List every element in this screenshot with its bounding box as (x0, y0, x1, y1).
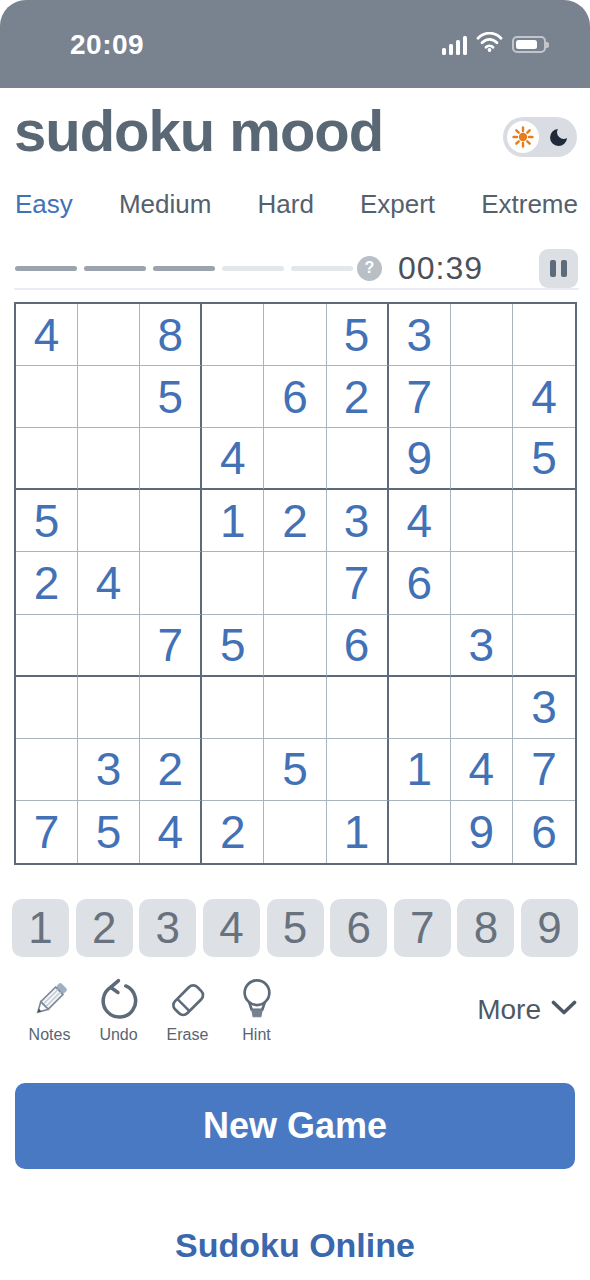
numpad-5[interactable]: 5 (267, 899, 324, 957)
progress-segment-1 (15, 266, 77, 271)
cell-r1c1[interactable]: 4 (16, 304, 78, 366)
cell-r6c7[interactable] (389, 615, 451, 677)
numpad-2[interactable]: 2 (76, 899, 133, 957)
cell-r4c4[interactable]: 1 (202, 490, 264, 552)
lightbulb-icon (234, 977, 280, 1023)
tab-medium[interactable]: Medium (119, 189, 211, 220)
help-icon[interactable]: ? (357, 256, 382, 281)
cell-r9c5[interactable] (264, 801, 326, 863)
tab-easy[interactable]: Easy (15, 189, 73, 220)
numpad: 123456789 (12, 899, 578, 957)
cell-r8c1[interactable] (16, 739, 78, 801)
cell-r3c6[interactable] (327, 428, 389, 490)
progress-segment-4 (222, 266, 284, 271)
cell-r3c3[interactable] (140, 428, 202, 490)
signal-icon (442, 33, 468, 55)
tool-label: Hint (242, 1026, 270, 1044)
cell-r9c2[interactable]: 5 (78, 801, 140, 863)
numpad-1[interactable]: 1 (12, 899, 69, 957)
sudoku-board: 485356274495512342476756333251477542196 (14, 302, 577, 865)
status-icons (442, 32, 547, 56)
undo-button[interactable]: Undo (91, 977, 146, 1044)
battery-icon (512, 36, 546, 53)
cell-r3c4[interactable]: 4 (202, 428, 264, 490)
undo-arrow-icon (96, 977, 142, 1023)
cell-r1c9[interactable] (513, 304, 575, 366)
tool-label: Undo (99, 1026, 137, 1044)
progress-segment-2 (84, 266, 146, 271)
new-game-button[interactable]: New Game (15, 1083, 575, 1169)
cell-r2c9[interactable]: 4 (513, 366, 575, 428)
cell-r6c3[interactable]: 7 (140, 615, 202, 677)
cell-r7c5[interactable] (264, 677, 326, 739)
cell-r1c3[interactable]: 8 (140, 304, 202, 366)
cell-r5c3[interactable] (140, 552, 202, 614)
cell-r1c2[interactable] (78, 304, 140, 366)
cell-r6c4[interactable]: 5 (202, 615, 264, 677)
cell-r3c1[interactable] (16, 428, 78, 490)
cell-r9c8[interactable]: 9 (451, 801, 513, 863)
cell-r9c4[interactable]: 2 (202, 801, 264, 863)
cell-r8c4[interactable] (202, 739, 264, 801)
cell-r2c8[interactable] (451, 366, 513, 428)
cell-r1c4[interactable] (202, 304, 264, 366)
cell-r4c5[interactable]: 2 (264, 490, 326, 552)
pencil-icon (27, 977, 73, 1023)
numpad-9[interactable]: 9 (521, 899, 578, 957)
tool-label: Notes (29, 1026, 71, 1044)
chevron-down-icon (551, 1000, 577, 1020)
tab-extreme[interactable]: Extreme (481, 189, 578, 220)
cell-r8c7[interactable]: 1 (389, 739, 451, 801)
more-button[interactable]: More (477, 994, 577, 1026)
progress-segment-5 (291, 266, 353, 271)
cell-r9c3[interactable]: 4 (140, 801, 202, 863)
difficulty-tabs: Easy Medium Hard Expert Extreme (15, 188, 578, 220)
cell-r2c5[interactable]: 6 (264, 366, 326, 428)
cell-r6c8[interactable]: 3 (451, 615, 513, 677)
footer-link[interactable]: Sudoku Online (0, 1226, 590, 1265)
numpad-8[interactable]: 8 (457, 899, 514, 957)
cell-r1c6[interactable]: 5 (327, 304, 389, 366)
cell-r5c8[interactable] (451, 552, 513, 614)
cell-r7c6[interactable] (327, 677, 389, 739)
section-separator (14, 288, 579, 290)
cell-r3c5[interactable] (264, 428, 326, 490)
cell-r1c8[interactable] (451, 304, 513, 366)
hint-button[interactable]: Hint (229, 977, 284, 1044)
cell-r2c4[interactable] (202, 366, 264, 428)
cell-r2c6[interactable]: 2 (327, 366, 389, 428)
cell-r1c5[interactable] (264, 304, 326, 366)
tool-label: Erase (167, 1026, 209, 1044)
cell-r5c2[interactable]: 4 (78, 552, 140, 614)
cell-r9c6[interactable]: 1 (327, 801, 389, 863)
theme-toggle[interactable] (503, 117, 577, 157)
eraser-icon (165, 977, 211, 1023)
cell-r3c8[interactable] (451, 428, 513, 490)
cell-r8c8[interactable]: 4 (451, 739, 513, 801)
cell-r6c6[interactable]: 6 (327, 615, 389, 677)
cell-r3c2[interactable] (78, 428, 140, 490)
notes-button[interactable]: Notes (22, 977, 77, 1044)
cell-r7c2[interactable] (78, 677, 140, 739)
erase-button[interactable]: Erase (160, 977, 215, 1044)
cell-r8c5[interactable]: 5 (264, 739, 326, 801)
cell-r4c2[interactable] (78, 490, 140, 552)
cell-r5c9[interactable] (513, 552, 575, 614)
cell-r3c7[interactable]: 9 (389, 428, 451, 490)
sun-icon (507, 121, 539, 153)
app-title: sudoku mood (14, 99, 383, 163)
progress-bar (15, 266, 353, 271)
tab-hard[interactable]: Hard (257, 189, 313, 220)
cell-r4c7[interactable]: 4 (389, 490, 451, 552)
cell-r2c2[interactable] (78, 366, 140, 428)
game-timer: 00:39 (398, 250, 483, 287)
cell-r8c6[interactable] (327, 739, 389, 801)
cell-r7c3[interactable] (140, 677, 202, 739)
controls-row: ? 00:39 (15, 247, 578, 289)
toolbar: Notes Undo Erase (22, 974, 577, 1046)
cell-r4c8[interactable] (451, 490, 513, 552)
progress-segment-3 (153, 266, 215, 271)
cell-r6c1[interactable] (16, 615, 78, 677)
cell-r4c6[interactable]: 3 (327, 490, 389, 552)
cell-r6c9[interactable] (513, 615, 575, 677)
cell-r4c3[interactable] (140, 490, 202, 552)
cell-r3c9[interactable]: 5 (513, 428, 575, 490)
numpad-4[interactable]: 4 (203, 899, 260, 957)
cell-r2c7[interactable]: 7 (389, 366, 451, 428)
pause-icon (550, 260, 556, 277)
cell-r8c3[interactable]: 2 (140, 739, 202, 801)
cell-r5c7[interactable]: 6 (389, 552, 451, 614)
cell-r7c1[interactable] (16, 677, 78, 739)
cell-r9c1[interactable]: 7 (16, 801, 78, 863)
numpad-3[interactable]: 3 (139, 899, 196, 957)
cell-r5c6[interactable]: 7 (327, 552, 389, 614)
cell-r2c1[interactable] (16, 366, 78, 428)
cell-r7c9[interactable]: 3 (513, 677, 575, 739)
cell-r8c2[interactable]: 3 (78, 739, 140, 801)
cell-r4c1[interactable]: 5 (16, 490, 78, 552)
cell-r9c7[interactable] (389, 801, 451, 863)
cell-r2c3[interactable]: 5 (140, 366, 202, 428)
numpad-7[interactable]: 7 (394, 899, 451, 957)
cell-r4c9[interactable] (513, 490, 575, 552)
cell-r9c9[interactable]: 6 (513, 801, 575, 863)
status-time: 20:09 (70, 29, 144, 61)
moon-icon (548, 126, 570, 148)
cell-r8c9[interactable]: 7 (513, 739, 575, 801)
more-label: More (477, 994, 541, 1026)
cell-r7c8[interactable] (451, 677, 513, 739)
cell-r5c1[interactable]: 2 (16, 552, 78, 614)
wifi-icon (476, 32, 503, 56)
cell-r5c5[interactable] (264, 552, 326, 614)
pause-button[interactable] (539, 249, 578, 288)
cell-r1c7[interactable]: 3 (389, 304, 451, 366)
cell-r5c4[interactable] (202, 552, 264, 614)
numpad-6[interactable]: 6 (330, 899, 387, 957)
status-bar: 20:09 (0, 0, 590, 88)
cell-r7c7[interactable] (389, 677, 451, 739)
cell-r7c4[interactable] (202, 677, 264, 739)
cell-r6c2[interactable] (78, 615, 140, 677)
cell-r6c5[interactable] (264, 615, 326, 677)
tab-expert[interactable]: Expert (360, 189, 435, 220)
